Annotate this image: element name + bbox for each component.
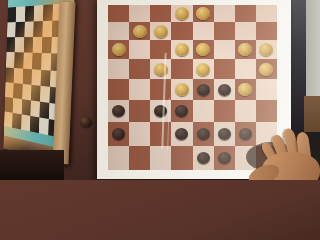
left-board-square — [41, 53, 51, 70]
dark-piece[interactable] — [218, 84, 231, 96]
square-r4-c3[interactable] — [150, 59, 171, 79]
square-r3-c1[interactable] — [108, 40, 129, 59]
square-r7-c7[interactable] — [235, 122, 256, 146]
square-r4-c5[interactable] — [193, 59, 214, 79]
gold-piece[interactable] — [175, 43, 189, 56]
square-r6-c4[interactable] — [171, 100, 192, 122]
square-r4-c4[interactable] — [171, 59, 192, 79]
square-r1-c7[interactable] — [235, 5, 256, 22]
square-r7-c6[interactable] — [214, 122, 235, 146]
square-r3-c7[interactable] — [235, 40, 256, 59]
square-r4-c8[interactable] — [256, 59, 277, 79]
gold-piece[interactable] — [196, 43, 210, 56]
square-r2-c1[interactable] — [108, 22, 129, 40]
square-r7-c5[interactable] — [193, 122, 214, 146]
shelf-band — [304, 96, 320, 134]
square-r1-c4[interactable] — [171, 5, 192, 22]
square-r1-c3[interactable] — [150, 5, 171, 22]
square-r6-c8[interactable] — [256, 100, 277, 122]
table-shadow — [0, 150, 64, 180]
gold-piece[interactable] — [196, 7, 210, 20]
square-r3-c6[interactable] — [214, 40, 235, 59]
left-board-square — [40, 85, 50, 102]
square-r4-c7[interactable] — [235, 59, 256, 79]
square-r3-c3[interactable] — [150, 40, 171, 59]
square-r3-c5[interactable] — [193, 40, 214, 59]
square-r7-c4[interactable] — [171, 122, 192, 146]
gold-piece[interactable] — [238, 43, 252, 56]
dark-piece[interactable] — [197, 152, 210, 164]
main-checkers-board[interactable] — [108, 5, 277, 170]
square-r5-c3[interactable] — [150, 79, 171, 100]
square-r2-c7[interactable] — [235, 22, 256, 40]
gold-piece[interactable] — [154, 63, 168, 76]
dark-piece[interactable] — [112, 105, 125, 117]
square-r5-c6[interactable] — [214, 79, 235, 100]
square-r4-c6[interactable] — [214, 59, 235, 79]
square-r5-c7[interactable] — [235, 79, 256, 100]
square-r7-c2[interactable] — [129, 122, 150, 146]
square-r3-c4[interactable] — [171, 40, 192, 59]
square-r5-c4[interactable] — [171, 79, 192, 100]
dark-piece[interactable] — [239, 128, 252, 140]
square-r1-c2[interactable] — [129, 5, 150, 22]
square-r1-c5[interactable] — [193, 5, 214, 22]
dark-piece[interactable] — [112, 128, 125, 140]
square-r8-c1[interactable] — [108, 146, 129, 171]
square-r5-c8[interactable] — [256, 79, 277, 100]
square-r6-c5[interactable] — [193, 100, 214, 122]
square-r2-c3[interactable] — [150, 22, 171, 40]
square-r1-c6[interactable] — [214, 5, 235, 22]
gold-piece[interactable] — [238, 83, 252, 96]
square-r2-c6[interactable] — [214, 22, 235, 40]
left-board-square — [42, 21, 52, 37]
square-r6-c3[interactable] — [150, 100, 171, 122]
dark-piece[interactable] — [218, 152, 231, 164]
square-r8-c4[interactable] — [171, 146, 192, 171]
square-r1-c8[interactable] — [256, 5, 277, 22]
left-board-square — [39, 101, 49, 119]
square-r6-c2[interactable] — [129, 100, 150, 122]
gold-piece[interactable] — [196, 63, 210, 76]
square-r5-c5[interactable] — [193, 79, 214, 100]
square-r5-c2[interactable] — [129, 79, 150, 100]
wall-panel — [306, 0, 320, 100]
square-r8-c5[interactable] — [193, 146, 214, 171]
left-board-square — [41, 69, 51, 86]
square-r8-c3[interactable] — [150, 146, 171, 171]
square-r3-c8[interactable] — [256, 40, 277, 59]
square-r4-c1[interactable] — [108, 59, 129, 79]
furniture-knob — [80, 117, 91, 127]
square-r1-c1[interactable] — [108, 5, 129, 22]
gold-piece[interactable] — [175, 83, 189, 96]
gold-piece[interactable] — [259, 43, 273, 56]
square-r2-c4[interactable] — [171, 22, 192, 40]
square-r7-c1[interactable] — [108, 122, 129, 146]
square-r5-c1[interactable] — [108, 79, 129, 100]
dark-piece[interactable] — [154, 105, 167, 117]
square-r8-c6[interactable] — [214, 146, 235, 171]
square-r6-c1[interactable] — [108, 100, 129, 122]
square-r2-c2[interactable] — [129, 22, 150, 40]
square-r6-c7[interactable] — [235, 100, 256, 122]
dark-piece[interactable] — [218, 128, 231, 140]
dark-piece[interactable] — [175, 128, 188, 140]
gold-piece[interactable] — [154, 25, 168, 38]
square-r4-c2[interactable] — [129, 59, 150, 79]
square-r7-c3[interactable] — [150, 122, 171, 146]
square-r2-c5[interactable] — [193, 22, 214, 40]
gold-piece[interactable] — [259, 63, 273, 76]
square-r3-c2[interactable] — [129, 40, 150, 59]
dark-piece[interactable] — [197, 128, 210, 140]
dark-piece[interactable] — [197, 84, 210, 96]
left-board-square — [42, 37, 52, 53]
gold-piece[interactable] — [175, 7, 189, 20]
square-r2-c8[interactable] — [256, 22, 277, 40]
gold-piece[interactable] — [133, 25, 147, 38]
dark-piece[interactable] — [175, 105, 188, 117]
square-r8-c2[interactable] — [129, 146, 150, 171]
gold-piece[interactable] — [112, 43, 126, 56]
square-r6-c6[interactable] — [214, 100, 235, 122]
